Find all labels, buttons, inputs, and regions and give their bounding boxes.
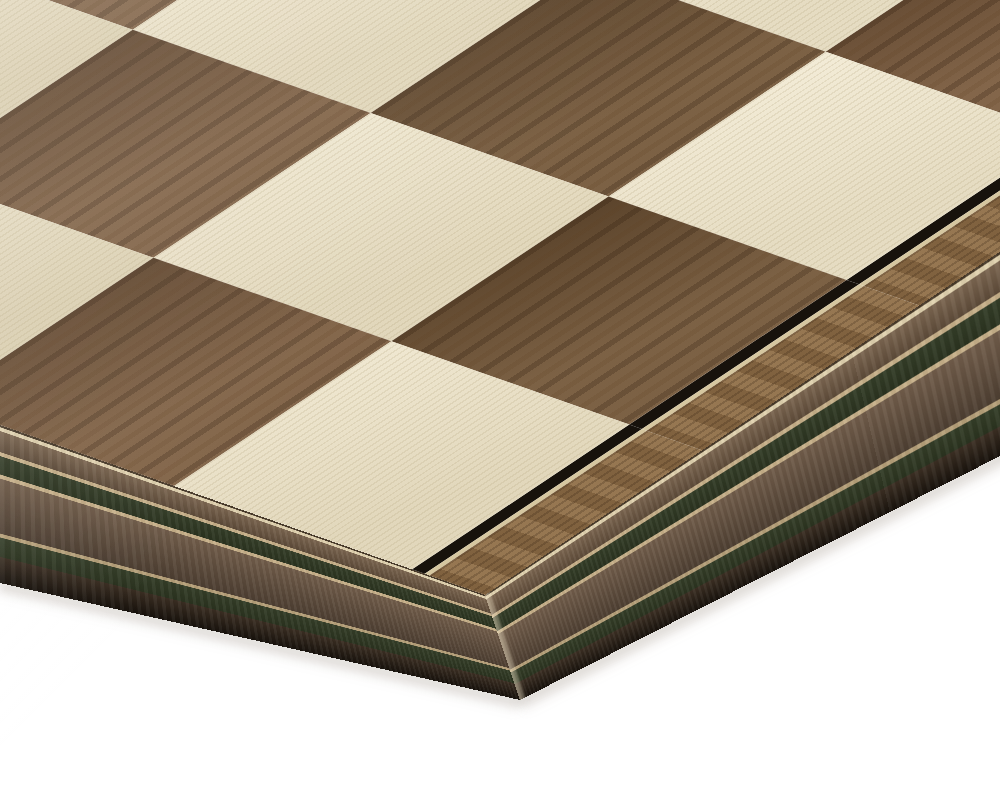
product-photo-stage	[0, 0, 1000, 800]
